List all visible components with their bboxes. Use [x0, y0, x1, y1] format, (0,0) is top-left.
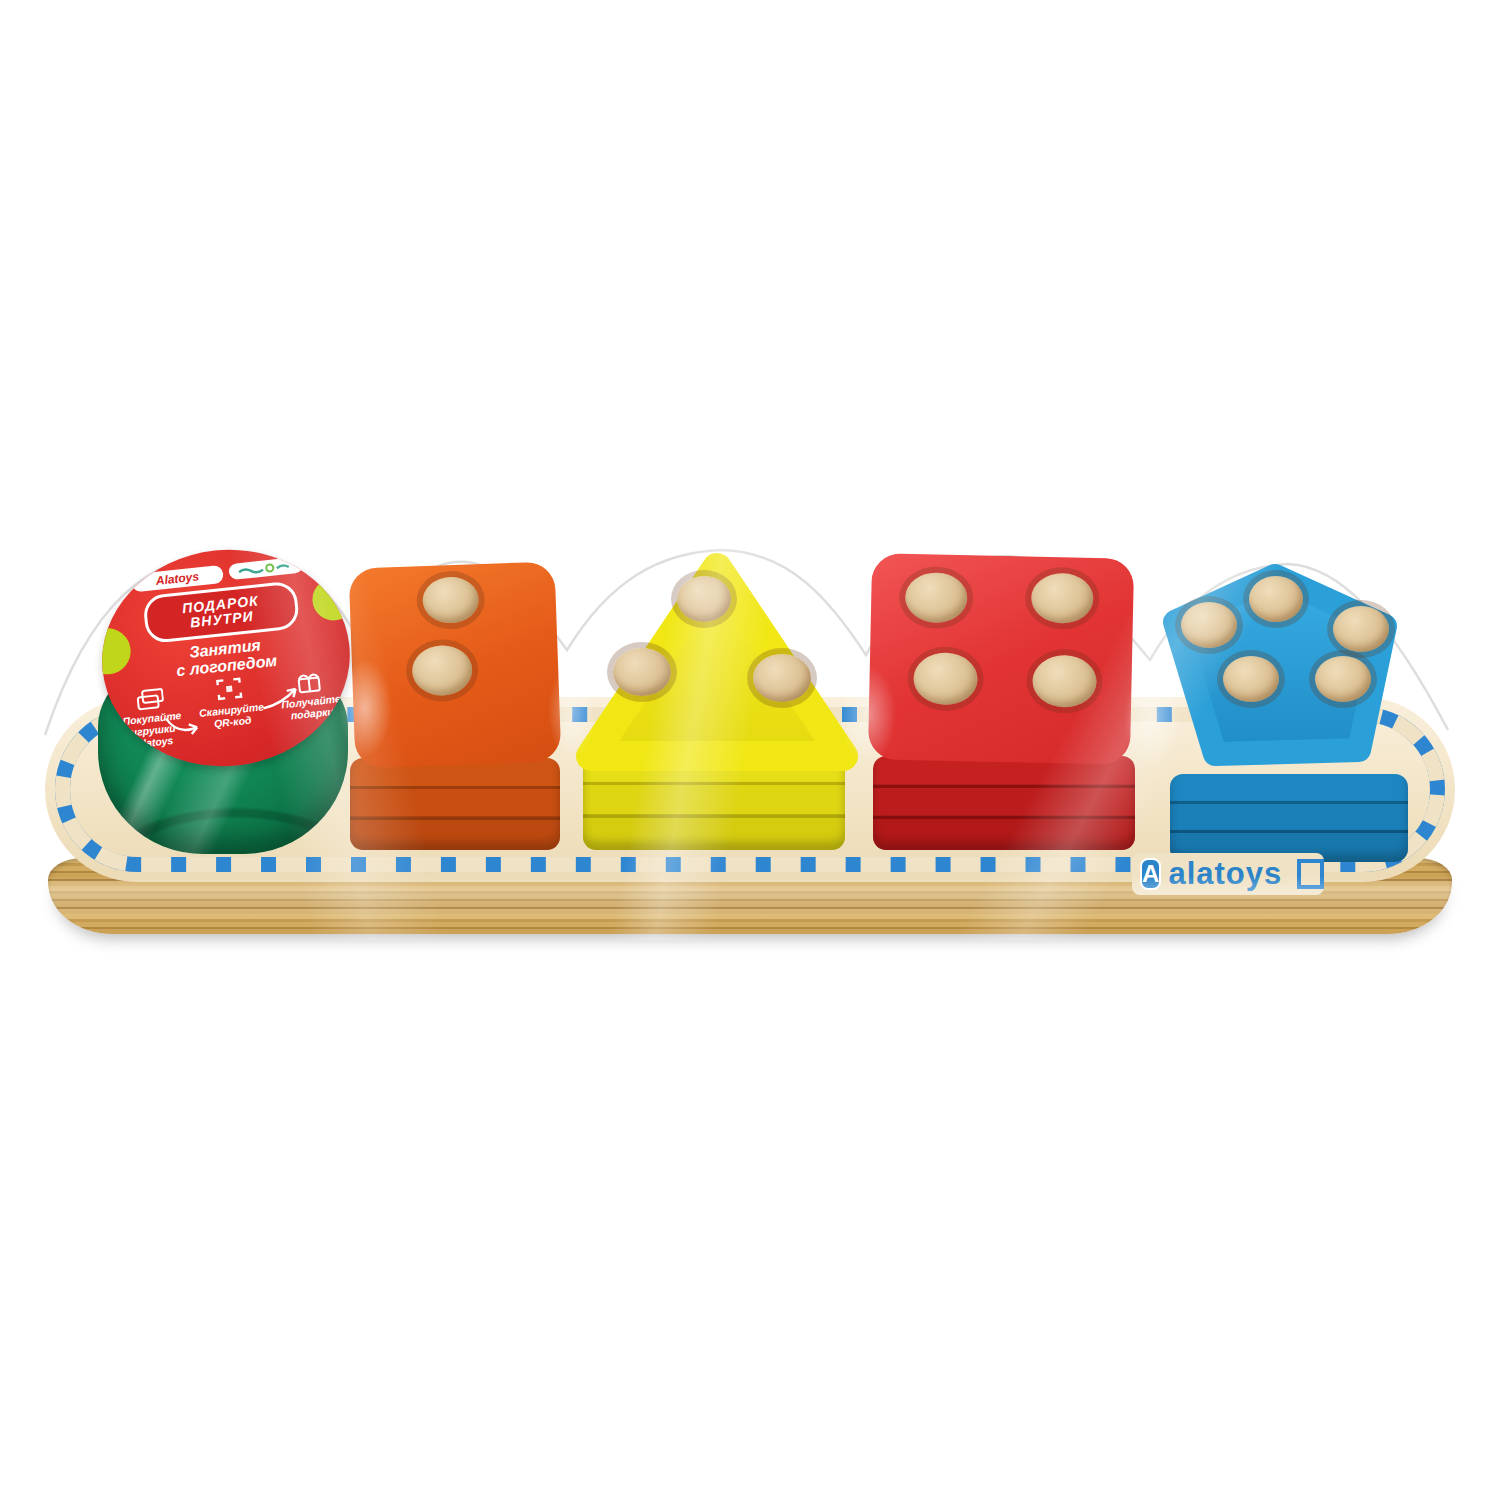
stack-yellow-triangle-top — [575, 550, 860, 782]
border-dash-decoration — [1297, 859, 1324, 889]
product-photo-shape-sorter: A alatoys — [0, 0, 1500, 1500]
stack-red-side-layers — [873, 756, 1135, 850]
curved-arrow-left-icon — [162, 710, 208, 740]
wood-peg — [677, 576, 731, 622]
wood-peg — [753, 654, 811, 702]
stack-red-square-top — [868, 553, 1134, 764]
board-brand-logo: A alatoys — [1132, 853, 1324, 895]
wood-peg — [422, 576, 480, 624]
alatoys-logo-text: alatoys — [1168, 856, 1282, 892]
wood-peg — [411, 644, 473, 696]
wood-peg — [613, 648, 671, 696]
alatoys-badge-icon: A — [1140, 858, 1161, 890]
wood-peg — [905, 572, 968, 623]
partner-logo-icon — [236, 560, 295, 576]
curved-arrow-right-icon — [257, 682, 303, 712]
wood-peg — [1181, 602, 1237, 648]
stack-orange-square-top — [349, 561, 562, 768]
stack-orange-side-layers — [350, 758, 560, 850]
wood-peg — [913, 652, 978, 705]
wood-peg — [1032, 655, 1097, 708]
wood-peg — [1223, 656, 1279, 702]
wood-peg — [1333, 606, 1389, 652]
stack-blue-pentagon-top — [1157, 560, 1413, 788]
wood-peg — [1315, 656, 1371, 702]
wood-peg — [1249, 576, 1303, 622]
wood-peg — [1031, 573, 1094, 624]
